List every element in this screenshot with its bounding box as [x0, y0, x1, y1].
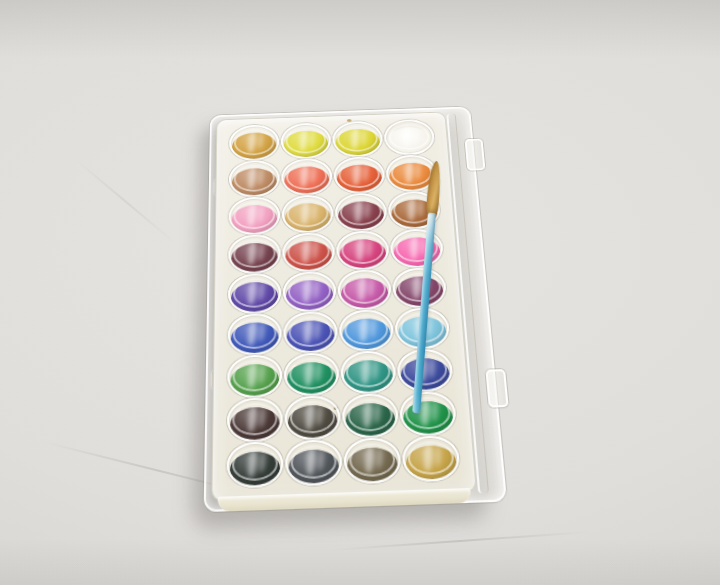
- surface-crease: [75, 158, 176, 243]
- paint-pan-dark-gray: [285, 439, 343, 487]
- paint-pan-gold-ochre: [401, 435, 461, 483]
- paint-pan-yellow: [281, 122, 332, 159]
- surface-crease: [330, 531, 590, 551]
- paint-pan-maroon: [335, 192, 388, 231]
- paint-pan-plum: [228, 234, 281, 275]
- paint-pan-tan: [229, 160, 280, 198]
- paint-pan-olive-gray: [343, 437, 402, 485]
- photo-scene: [0, 0, 720, 585]
- paint-pan-purple: [283, 271, 337, 313]
- paint-pan-green: [399, 391, 458, 437]
- paint-pan-forest-green: [342, 393, 400, 439]
- paint-pan-coral: [281, 158, 332, 196]
- paint-pan-golden-yellow: [229, 124, 279, 161]
- paint-pan-sand: [282, 194, 334, 233]
- paint-pan-teal: [340, 350, 397, 395]
- paint-pan-dark-brown: [227, 397, 283, 443]
- paint-pan-orchid: [337, 269, 392, 311]
- paint-pan-blue: [283, 311, 338, 354]
- paint-pan-empty-pan: [383, 119, 435, 156]
- paint-pan-royal-blue: [228, 313, 282, 356]
- paint-pan-red: [282, 232, 335, 273]
- paint-pan-black: [227, 441, 284, 489]
- paint-pan-pink: [229, 196, 281, 235]
- paint-pan-emerald: [284, 352, 340, 397]
- paint-pan-umber: [284, 395, 341, 441]
- lid-latch-top: [464, 138, 485, 170]
- paint-pan-cerulean: [339, 309, 395, 352]
- paint-pan-grass-green: [227, 354, 282, 399]
- paint-pan-crimson: [336, 230, 390, 271]
- lid-latch-bottom: [485, 369, 508, 408]
- paint-pan-orange-red: [333, 156, 385, 194]
- paint-pan-lemon-yellow: [332, 121, 383, 158]
- paint-pan-violet: [228, 273, 281, 315]
